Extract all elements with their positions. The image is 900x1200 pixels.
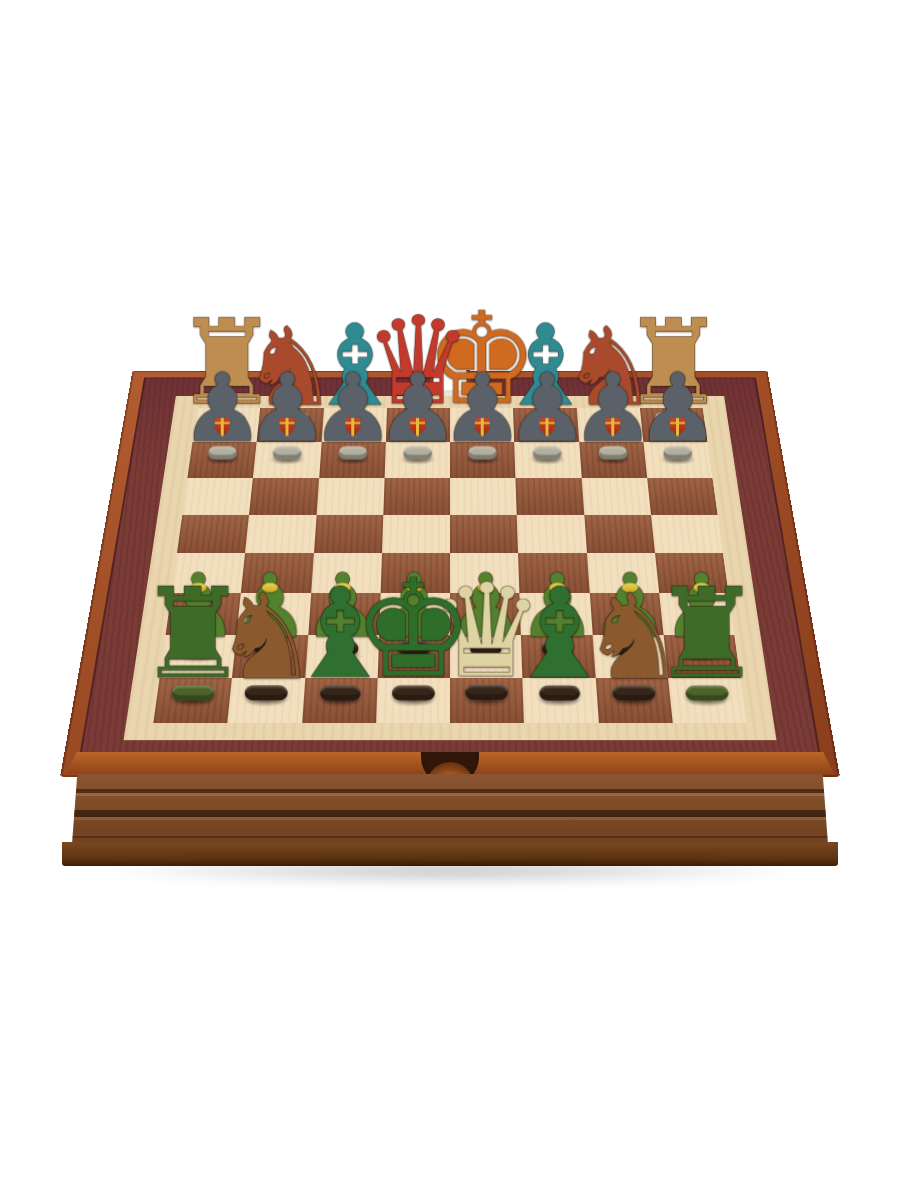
near-knight-glyph: ♞	[191, 583, 342, 692]
board-scene: ♜♞♝♛♚♝♞♜♟♟♟♟♟♟♟♟♟♟♟♟♟♟♟♟♜♞♝♚♛♝♞♜	[60, 371, 840, 777]
drop-shadow	[96, 856, 804, 886]
box-front-face	[72, 774, 828, 844]
near-king-glyph: ♚	[338, 567, 489, 692]
pieces-layer: ♜♞♝♛♚♝♞♜♟♟♟♟♟♟♟♟♟♟♟♟♟♟♟♟♜♞♝♚♛♝♞♜	[153, 408, 746, 723]
near-knight-glyph: ♞	[558, 583, 709, 692]
product-photo-stage: ♜♞♝♛♚♝♞♜♟♟♟♟♟♟♟♟♟♟♟♟♟♟♟♟♜♞♝♚♛♝♞♜	[0, 0, 900, 1200]
far-pawn-glyph: ♟	[611, 365, 744, 453]
